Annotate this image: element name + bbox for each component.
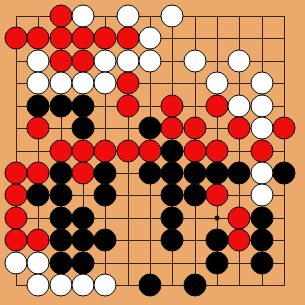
stone-black[interactable] (206, 251, 229, 274)
stone-black[interactable] (228, 161, 251, 184)
stone-red[interactable] (116, 94, 139, 117)
stone-red[interactable] (5, 206, 28, 229)
stone-black[interactable] (250, 229, 273, 252)
stone-black[interactable] (49, 161, 72, 184)
stone-red[interactable] (183, 139, 206, 162)
stone-black[interactable] (94, 184, 117, 207)
stone-white[interactable] (49, 274, 72, 297)
stone-black[interactable] (139, 161, 162, 184)
stone-white[interactable] (250, 117, 273, 140)
stone-white[interactable] (27, 274, 50, 297)
stone-black[interactable] (161, 161, 184, 184)
stone-red[interactable] (228, 229, 251, 252)
stone-red[interactable] (206, 139, 229, 162)
stone-red[interactable] (273, 117, 296, 140)
stone-red[interactable] (206, 94, 229, 117)
stone-red[interactable] (250, 139, 273, 162)
grid-line-vertical (284, 16, 285, 286)
stone-white[interactable] (72, 274, 95, 297)
stone-red[interactable] (27, 229, 50, 252)
stone-black[interactable] (161, 184, 184, 207)
stone-black[interactable] (250, 206, 273, 229)
stone-black[interactable] (94, 229, 117, 252)
stone-black[interactable] (273, 161, 296, 184)
stone-white[interactable] (250, 161, 273, 184)
stone-white[interactable] (49, 72, 72, 95)
stone-black[interactable] (250, 251, 273, 274)
stone-red[interactable] (49, 27, 72, 50)
stone-red[interactable] (72, 139, 95, 162)
stone-red[interactable] (72, 49, 95, 72)
stone-red[interactable] (228, 206, 251, 229)
stone-red[interactable] (49, 139, 72, 162)
stone-black[interactable] (72, 251, 95, 274)
stone-black[interactable] (49, 206, 72, 229)
stone-white[interactable] (139, 27, 162, 50)
stone-white[interactable] (94, 72, 117, 95)
stone-black[interactable] (206, 229, 229, 252)
stone-white[interactable] (27, 72, 50, 95)
stone-white[interactable] (94, 274, 117, 297)
stone-black[interactable] (161, 229, 184, 252)
stone-black[interactable] (49, 184, 72, 207)
stone-black[interactable] (72, 94, 95, 117)
stone-black[interactable] (49, 251, 72, 274)
stone-white[interactable] (250, 184, 273, 207)
stone-white[interactable] (250, 94, 273, 117)
stone-red[interactable] (161, 117, 184, 140)
stone-white[interactable] (228, 94, 251, 117)
stone-red[interactable] (5, 27, 28, 50)
stone-black[interactable] (183, 184, 206, 207)
stone-white[interactable] (72, 72, 95, 95)
stone-red[interactable] (72, 161, 95, 184)
hoshi-point (215, 215, 220, 220)
stone-white[interactable] (161, 5, 184, 28)
stone-black[interactable] (161, 139, 184, 162)
stone-black[interactable] (27, 94, 50, 117)
stone-red[interactable] (116, 72, 139, 95)
stone-red[interactable] (116, 27, 139, 50)
stone-red[interactable] (183, 117, 206, 140)
stone-black[interactable] (49, 94, 72, 117)
stone-white[interactable] (116, 49, 139, 72)
stone-white[interactable] (139, 49, 162, 72)
stone-white[interactable] (206, 72, 229, 95)
stone-white[interactable] (72, 5, 95, 28)
stone-white[interactable] (250, 72, 273, 95)
stone-black[interactable] (183, 161, 206, 184)
stone-black[interactable] (49, 229, 72, 252)
stone-red[interactable] (49, 5, 72, 28)
stone-white[interactable] (94, 49, 117, 72)
stone-white[interactable] (5, 251, 28, 274)
stone-black[interactable] (94, 161, 117, 184)
stone-white[interactable] (116, 5, 139, 28)
stone-red[interactable] (5, 229, 28, 252)
stone-red[interactable] (94, 27, 117, 50)
stone-white[interactable] (27, 49, 50, 72)
stone-black[interactable] (72, 229, 95, 252)
stone-red[interactable] (72, 27, 95, 50)
stone-red[interactable] (228, 117, 251, 140)
go-board[interactable] (0, 0, 305, 305)
stone-black[interactable] (72, 117, 95, 140)
stone-red[interactable] (27, 117, 50, 140)
stone-black[interactable] (183, 274, 206, 297)
stone-black[interactable] (161, 206, 184, 229)
stone-white[interactable] (228, 49, 251, 72)
stone-red[interactable] (116, 139, 139, 162)
stone-red[interactable] (206, 184, 229, 207)
stone-red[interactable] (49, 49, 72, 72)
stone-black[interactable] (139, 274, 162, 297)
stone-red[interactable] (5, 161, 28, 184)
stone-white[interactable] (183, 49, 206, 72)
stone-black[interactable] (206, 161, 229, 184)
stone-red[interactable] (94, 139, 117, 162)
stone-black[interactable] (72, 206, 95, 229)
stone-red[interactable] (161, 94, 184, 117)
stone-red[interactable] (27, 161, 50, 184)
stone-red[interactable] (27, 27, 50, 50)
stone-red[interactable] (5, 184, 28, 207)
stone-red[interactable] (139, 139, 162, 162)
stone-black[interactable] (139, 117, 162, 140)
stone-black[interactable] (27, 184, 50, 207)
stone-white[interactable] (27, 251, 50, 274)
